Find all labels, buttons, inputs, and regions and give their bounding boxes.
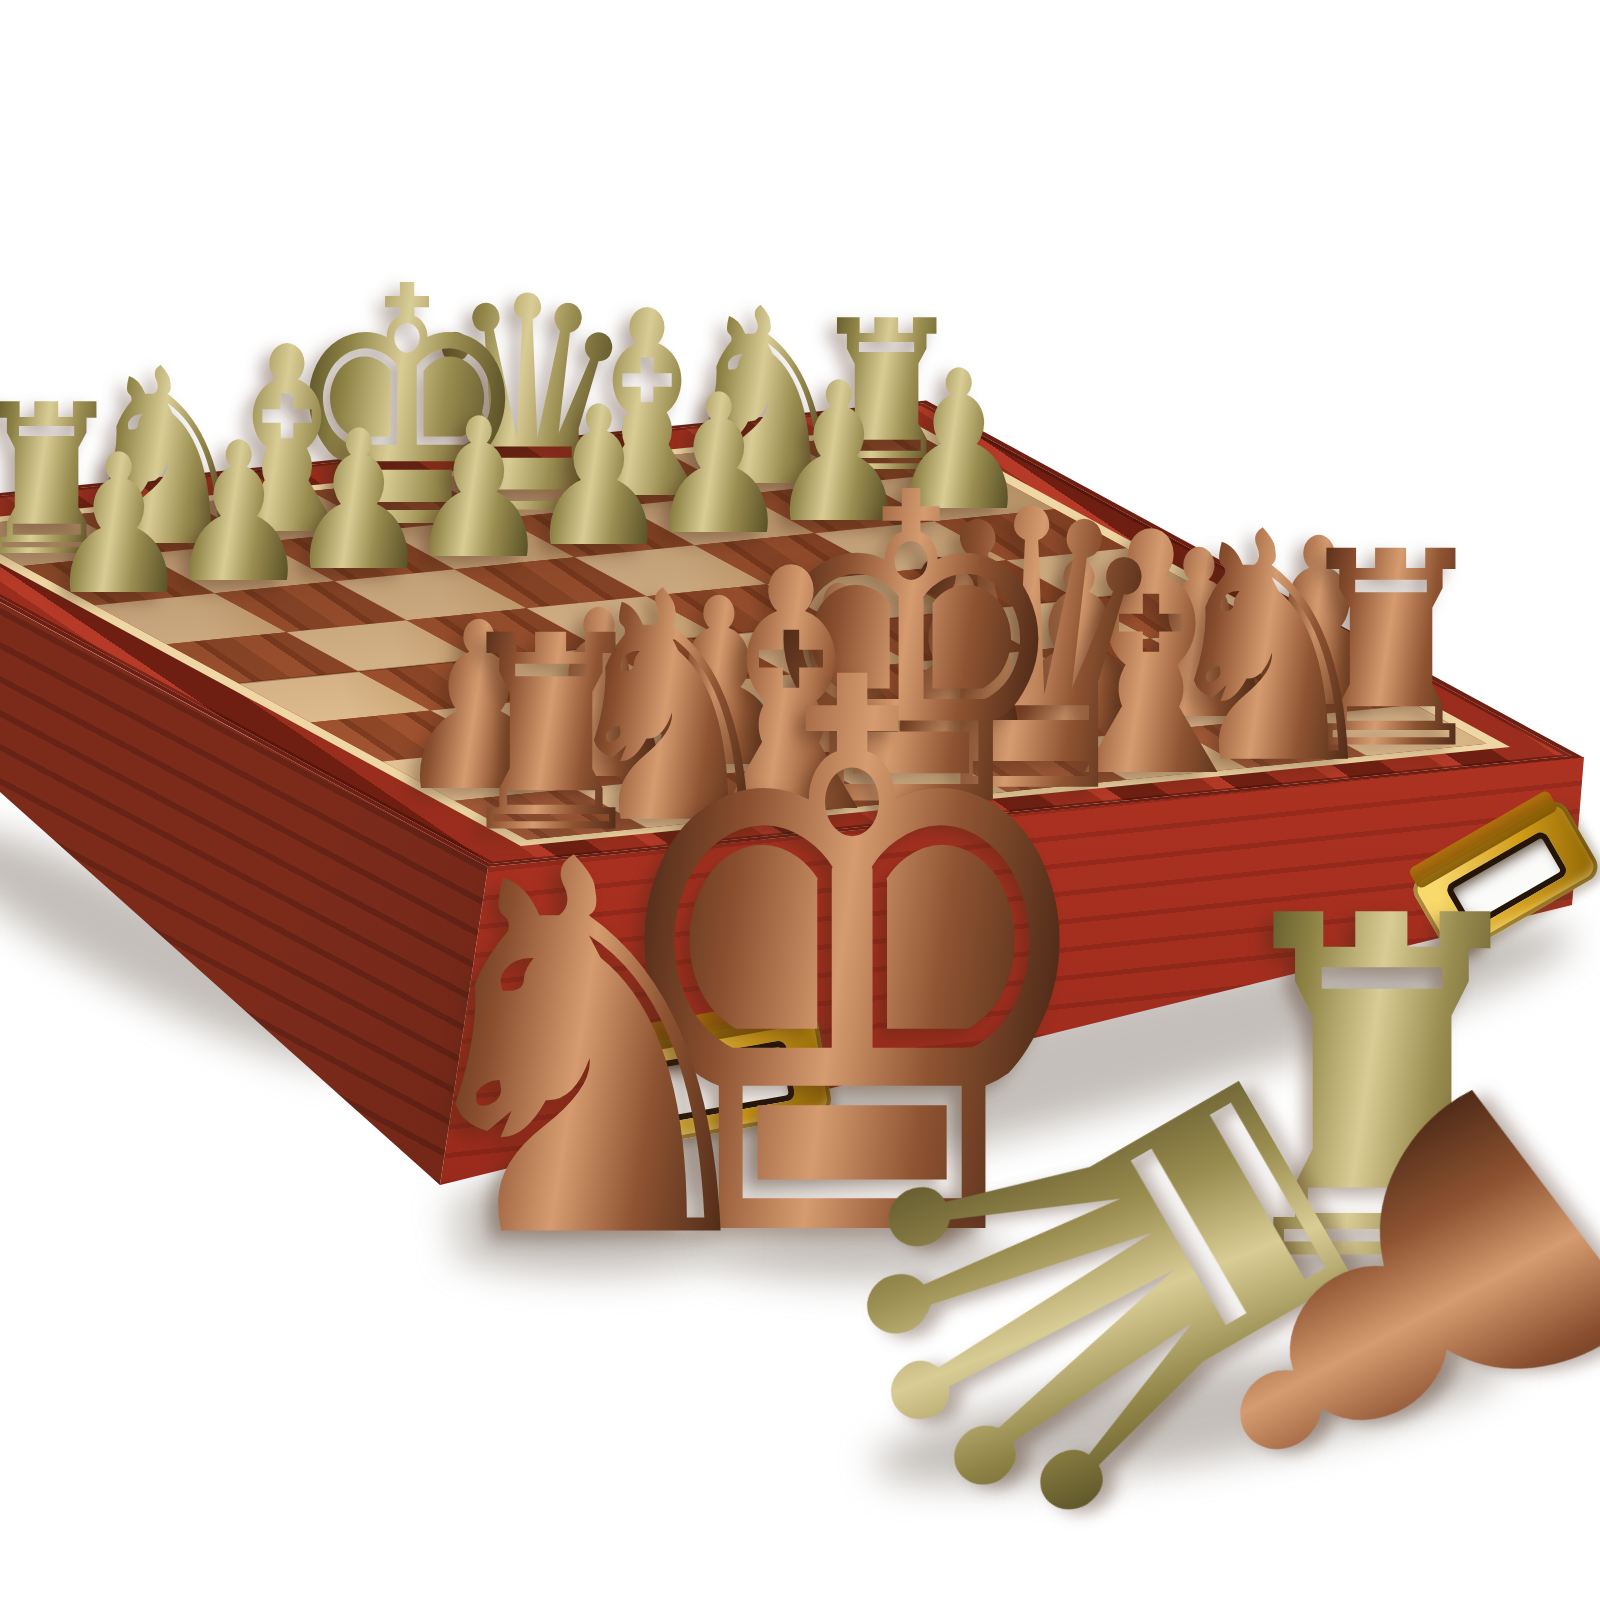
brass-pawn-h2[interactable]: ♟ [45,429,192,622]
scene: ♜♞♝♚♛♝♞♜♟♟♟♟♟♟♟♟♟♟♟♟♟♟♟♟♜♞♝♚♛♝♞♜ ♞♚♜♛♟ [0,0,1600,1600]
